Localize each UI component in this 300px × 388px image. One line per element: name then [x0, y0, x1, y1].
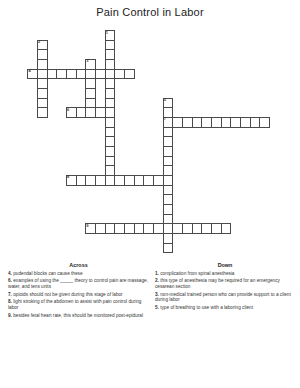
- across-header: Across: [8, 262, 149, 268]
- grid-cell[interactable]: [221, 223, 232, 234]
- clue-text: type of breathing to use with a laboring…: [160, 305, 253, 310]
- clue-item: 9. besides fetal heart rate, this should…: [8, 313, 149, 319]
- cell-number: 4: [27, 69, 30, 74]
- clue-item: 1. complication from spinal anesthesia: [155, 271, 295, 277]
- clue-text: this type of anesthesia may be required …: [155, 278, 280, 289]
- clue-item: 2. this type of anesthesia may be requir…: [155, 278, 295, 289]
- cell-number: 8: [66, 175, 69, 180]
- clue-item: 5. type of breathing to use with a labor…: [155, 305, 295, 311]
- clue-text: besides fetal heart rate, this should be…: [13, 313, 143, 318]
- grid-cell[interactable]: [37, 107, 48, 118]
- clue-item: 4. pudendal blocks can cause these: [8, 271, 149, 277]
- cell-number: 2: [37, 40, 40, 45]
- crossword-grid[interactable]: 123456789: [0, 0, 300, 300]
- clue-text: opioids should not be given during this …: [13, 292, 122, 297]
- cell-number: 9: [85, 223, 88, 228]
- cell-number: 1: [105, 30, 108, 35]
- clue-item: 8. light stroking of the abdomen to assi…: [8, 299, 149, 310]
- crossword-worksheet: Pain Control in Labor 123456789 Across 4…: [0, 0, 300, 388]
- across-clue-list: 4. pudendal blocks can cause these6. exa…: [8, 271, 149, 319]
- clue-text: complication from spinal anesthesia: [160, 271, 234, 276]
- clue-text: non-medical trained person who can provi…: [155, 292, 291, 303]
- clue-item: 7. opioids should not be given during th…: [8, 292, 149, 298]
- across-clues-section: Across 4. pudendal blocks can cause thes…: [8, 262, 149, 321]
- cell-number: 7: [163, 117, 166, 122]
- cell-number: 3: [85, 59, 88, 64]
- clue-text: light stroking of the abdomen to assist …: [8, 299, 141, 310]
- down-clue-list: 1. complication from spinal anesthesia2.…: [155, 271, 295, 311]
- down-header: Down: [155, 262, 295, 268]
- cell-number: 5: [163, 98, 166, 103]
- clue-item: 6. examples of using the _____ theory to…: [8, 278, 149, 289]
- grid-cell[interactable]: [163, 243, 174, 254]
- cell-number: 6: [66, 107, 69, 112]
- down-clues-section: Down 1. complication from spinal anesthe…: [155, 262, 295, 313]
- clue-text: pudendal blocks can cause these: [13, 271, 82, 276]
- grid-cell[interactable]: [259, 117, 270, 128]
- grid-cell[interactable]: [124, 69, 135, 80]
- clue-item: 3. non-medical trained person who can pr…: [155, 292, 295, 303]
- clue-text: examples of using the _____ theory to co…: [8, 278, 148, 289]
